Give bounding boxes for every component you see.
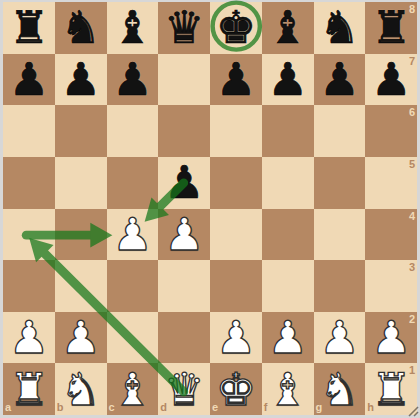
piece-white-pawn[interactable]: ♟ [9, 315, 49, 360]
rank-label-6: 6 [409, 107, 415, 118]
square-b6[interactable] [55, 105, 107, 157]
chess-board: ♜♞♝♛♚♝♞♜8♟♟♟♟♟♟♟76♟5♟♟43♟♟♟♟♟♟2♜a♞b♝c♛d♚… [3, 2, 417, 415]
square-e5[interactable] [210, 157, 262, 209]
piece-black-knight[interactable]: ♞ [60, 5, 100, 50]
square-g2[interactable]: ♟ [314, 312, 366, 364]
square-e8[interactable]: ♚ [210, 2, 262, 54]
piece-white-bishop[interactable]: ♝ [267, 367, 307, 412]
square-c1[interactable]: ♝c [107, 363, 159, 415]
piece-black-pawn[interactable]: ♟ [60, 57, 100, 102]
square-h8[interactable]: ♜8 [365, 2, 417, 54]
square-g3[interactable] [314, 260, 366, 312]
piece-black-pawn[interactable]: ♟ [371, 57, 411, 102]
square-a3[interactable] [3, 260, 55, 312]
square-f3[interactable] [262, 260, 314, 312]
piece-white-pawn[interactable]: ♟ [112, 212, 152, 257]
rank-label-4: 4 [409, 211, 415, 222]
square-f8[interactable]: ♝ [262, 2, 314, 54]
square-a7[interactable]: ♟ [3, 54, 55, 106]
square-c2[interactable] [107, 312, 159, 364]
square-g7[interactable]: ♟ [314, 54, 366, 106]
square-e3[interactable] [210, 260, 262, 312]
square-b5[interactable] [55, 157, 107, 209]
square-g5[interactable] [314, 157, 366, 209]
square-f2[interactable]: ♟ [262, 312, 314, 364]
piece-white-pawn[interactable]: ♟ [60, 315, 100, 360]
piece-white-pawn[interactable]: ♟ [371, 315, 411, 360]
board-resize-handle-icon[interactable] [406, 404, 420, 418]
piece-black-pawn[interactable]: ♟ [112, 57, 152, 102]
square-b4[interactable] [55, 209, 107, 261]
piece-white-knight[interactable]: ♞ [60, 367, 100, 412]
square-h3[interactable]: 3 [365, 260, 417, 312]
piece-white-queen[interactable]: ♛ [164, 367, 204, 412]
piece-black-pawn[interactable]: ♟ [216, 57, 256, 102]
square-c7[interactable]: ♟ [107, 54, 159, 106]
square-a6[interactable] [3, 105, 55, 157]
rank-label-3: 3 [409, 262, 415, 273]
piece-black-pawn[interactable]: ♟ [9, 57, 49, 102]
piece-white-pawn[interactable]: ♟ [164, 212, 204, 257]
piece-black-pawn[interactable]: ♟ [319, 57, 359, 102]
square-h7[interactable]: ♟7 [365, 54, 417, 106]
square-e4[interactable] [210, 209, 262, 261]
square-b2[interactable]: ♟ [55, 312, 107, 364]
square-e2[interactable]: ♟ [210, 312, 262, 364]
square-c3[interactable] [107, 260, 159, 312]
piece-black-queen[interactable]: ♛ [164, 5, 204, 50]
square-f5[interactable] [262, 157, 314, 209]
square-d7[interactable] [158, 54, 210, 106]
piece-black-king[interactable]: ♚ [216, 5, 256, 50]
square-d3[interactable] [158, 260, 210, 312]
square-e1[interactable]: ♚e [210, 363, 262, 415]
square-f1[interactable]: ♝f [262, 363, 314, 415]
piece-black-knight[interactable]: ♞ [319, 5, 359, 50]
square-f4[interactable] [262, 209, 314, 261]
square-c4[interactable]: ♟ [107, 209, 159, 261]
square-g6[interactable] [314, 105, 366, 157]
piece-white-pawn[interactable]: ♟ [216, 315, 256, 360]
piece-black-rook[interactable]: ♜ [9, 5, 49, 50]
square-d2[interactable] [158, 312, 210, 364]
piece-black-pawn[interactable]: ♟ [164, 160, 204, 205]
square-g1[interactable]: ♞g [314, 363, 366, 415]
square-e7[interactable]: ♟ [210, 54, 262, 106]
square-c6[interactable] [107, 105, 159, 157]
square-f7[interactable]: ♟ [262, 54, 314, 106]
piece-white-pawn[interactable]: ♟ [267, 315, 307, 360]
square-a1[interactable]: ♜a [3, 363, 55, 415]
square-b7[interactable]: ♟ [55, 54, 107, 106]
square-b8[interactable]: ♞ [55, 2, 107, 54]
square-h4[interactable]: 4 [365, 209, 417, 261]
piece-black-rook[interactable]: ♜ [371, 5, 411, 50]
square-g8[interactable]: ♞ [314, 2, 366, 54]
square-c8[interactable]: ♝ [107, 2, 159, 54]
square-d8[interactable]: ♛ [158, 2, 210, 54]
square-e6[interactable] [210, 105, 262, 157]
piece-black-bishop[interactable]: ♝ [112, 5, 152, 50]
square-c5[interactable] [107, 157, 159, 209]
rank-label-5: 5 [409, 159, 415, 170]
square-a5[interactable] [3, 157, 55, 209]
square-h5[interactable]: 5 [365, 157, 417, 209]
square-d4[interactable]: ♟ [158, 209, 210, 261]
chess-board-window: ♜♞♝♛♚♝♞♜8♟♟♟♟♟♟♟76♟5♟♟43♟♟♟♟♟♟2♜a♞b♝c♛d♚… [0, 0, 420, 418]
piece-black-pawn[interactable]: ♟ [267, 57, 307, 102]
piece-white-knight[interactable]: ♞ [319, 367, 359, 412]
square-d6[interactable] [158, 105, 210, 157]
square-d5[interactable]: ♟ [158, 157, 210, 209]
square-a4[interactable] [3, 209, 55, 261]
piece-black-bishop[interactable]: ♝ [267, 5, 307, 50]
square-b3[interactable] [55, 260, 107, 312]
piece-white-rook[interactable]: ♜ [9, 367, 49, 412]
piece-white-king[interactable]: ♚ [216, 367, 256, 412]
piece-white-pawn[interactable]: ♟ [319, 315, 359, 360]
square-d1[interactable]: ♛d [158, 363, 210, 415]
square-h2[interactable]: ♟2 [365, 312, 417, 364]
square-g4[interactable] [314, 209, 366, 261]
square-a2[interactable]: ♟ [3, 312, 55, 364]
square-a8[interactable]: ♜ [3, 2, 55, 54]
piece-white-bishop[interactable]: ♝ [112, 367, 152, 412]
square-h6[interactable]: 6 [365, 105, 417, 157]
square-f6[interactable] [262, 105, 314, 157]
square-b1[interactable]: ♞b [55, 363, 107, 415]
